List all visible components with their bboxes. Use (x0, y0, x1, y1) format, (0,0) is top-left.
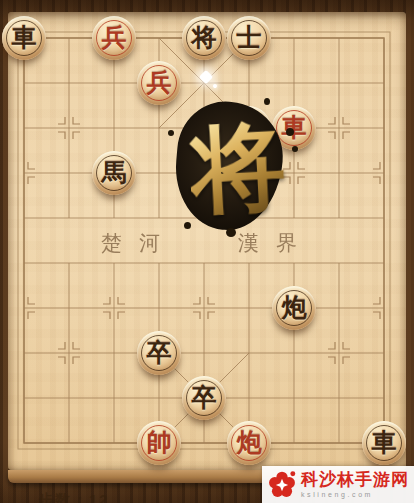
red-soldier-piece[interactable]: 兵 (92, 16, 136, 60)
black-chariot-piece[interactable]: 車 (362, 421, 406, 465)
black-cannon-piece[interactable]: 炮 (272, 286, 316, 330)
watermark-site-url: kslineng.com (301, 491, 409, 498)
piece-character: 馬 (227, 105, 271, 149)
watermark-site-name: 科沙林手游网 (301, 471, 409, 488)
black-soldier-piece[interactable]: 卒 (182, 376, 226, 420)
red-general-piece[interactable]: 帥 (137, 421, 181, 465)
plum-blossom-icon (267, 469, 297, 501)
move-counter: 步数：12 (38, 491, 110, 503)
river-label-han: 漢界 (238, 229, 314, 257)
piece-character: 炮 (227, 420, 271, 464)
piece-character: 炮 (272, 285, 316, 329)
piece-character: 車 (362, 420, 406, 464)
black-chariot-piece[interactable]: 車 (2, 16, 46, 60)
piece-character: 兵 (137, 60, 181, 104)
red-horse-piece[interactable]: 馬 (227, 106, 271, 150)
piece-character: 卒 (137, 330, 181, 374)
black-horse-piece[interactable]: 馬 (92, 151, 136, 195)
piece-character: 兵 (92, 15, 136, 59)
black-general-piece[interactable]: 将 (182, 16, 226, 60)
black-advisor-piece[interactable]: 士 (227, 16, 271, 60)
piece-character: 帥 (137, 420, 181, 464)
piece-character: 馬 (92, 150, 136, 194)
black-soldier-piece[interactable]: 卒 (137, 331, 181, 375)
red-soldier-piece[interactable]: 兵 (137, 61, 181, 105)
red-cannon-piece[interactable]: 炮 (227, 421, 271, 465)
piece-character: 車 (272, 105, 316, 149)
xiangqi-game-screen: 楚河 漢界 車兵将士兵馬車馬炮卒卒帥炮車 将 步数：12 (0, 0, 414, 503)
red-chariot-piece[interactable]: 車 (272, 106, 316, 150)
piece-character: 車 (2, 15, 46, 59)
piece-character: 将 (182, 15, 226, 59)
piece-character: 士 (227, 15, 271, 59)
river-label-chu: 楚河 (101, 229, 177, 257)
site-watermark: 科沙林手游网 kslineng.com (262, 466, 414, 503)
piece-character: 卒 (182, 375, 226, 419)
